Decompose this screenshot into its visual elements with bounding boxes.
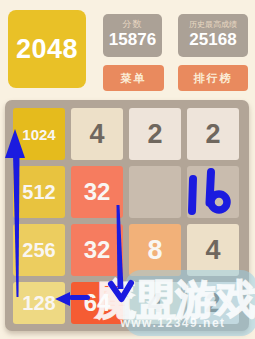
tile-512: 512 xyxy=(13,166,65,218)
score-box: 分数 15876 xyxy=(103,14,162,57)
tile-32: 32 xyxy=(71,166,123,218)
tile-1024: 1024 xyxy=(13,108,65,160)
tile-128: 128 xyxy=(13,282,65,324)
tile-2: 2 xyxy=(129,108,181,160)
score-value: 15876 xyxy=(103,30,162,49)
game-screen: 2048 分数 15876 历史最高成绩 25168 菜单 排行榜 102442… xyxy=(0,0,255,339)
tile-4: 4 xyxy=(187,224,239,276)
tile-32: 32 xyxy=(71,224,123,276)
empty-cell xyxy=(129,166,181,218)
tile-2: 2 xyxy=(187,108,239,160)
leaderboard-button[interactable]: 排行榜 xyxy=(178,65,248,91)
empty-cell xyxy=(187,166,239,218)
best-score-label: 历史最高成绩 xyxy=(178,19,248,30)
tile-8: 8 xyxy=(129,224,181,276)
watermark-background xyxy=(125,270,255,336)
tile-64: 64 xyxy=(71,282,123,324)
best-score-value: 25168 xyxy=(178,30,248,49)
menu-button[interactable]: 菜单 xyxy=(103,65,164,91)
tile-256: 256 xyxy=(13,224,65,276)
tile-4: 4 xyxy=(71,108,123,160)
logo-tile: 2048 xyxy=(8,10,86,88)
best-score-box: 历史最高成绩 25168 xyxy=(178,14,248,57)
score-label: 分数 xyxy=(103,19,162,30)
